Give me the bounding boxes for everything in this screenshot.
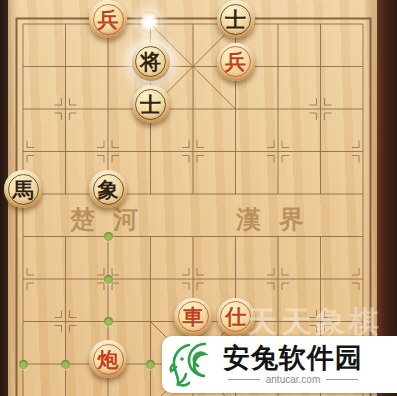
last-move-origin-glow — [138, 11, 160, 33]
board-point-0-4: 馬 — [2, 173, 45, 216]
xiangqi-app-screen: 楚河 漢界 兵士将兵士馬象車仕炮 天天象棋 安兔软件园 antucar.com — [0, 0, 397, 396]
watermark-bar: 安兔软件园 antucar.com — [162, 336, 397, 393]
piece-red-chariot[interactable]: 車 — [174, 298, 212, 336]
board-point-2-7 — [87, 300, 130, 343]
piece-black-advisor[interactable]: 士 — [217, 0, 255, 38]
board-point-2-4: 象 — [87, 173, 130, 216]
watermark-title: 安兔软件园 — [223, 344, 363, 374]
move-hint-dot[interactable] — [104, 317, 113, 326]
board-point-1-8 — [44, 343, 87, 386]
piece-character: 兵 — [225, 51, 246, 72]
piece-black-elephant[interactable]: 象 — [89, 170, 127, 208]
board-point-3-1: 将 — [129, 45, 172, 88]
board-point-3-2: 士 — [129, 88, 172, 131]
board-point-2-8: 炮 — [87, 343, 130, 386]
piece-character: 炮 — [98, 349, 119, 370]
board-point-3-0 — [129, 3, 172, 46]
piece-red-cannon[interactable]: 炮 — [89, 340, 127, 378]
piece-black-advisor[interactable]: 士 — [132, 85, 170, 123]
board-point-0-8 — [2, 343, 45, 386]
piece-character: 馬 — [13, 179, 34, 200]
move-hint-dot[interactable] — [61, 360, 70, 369]
piece-character: 兵 — [98, 9, 119, 30]
watermark-site-url: antucar.com — [228, 374, 358, 385]
move-hint-dot[interactable] — [146, 360, 155, 369]
board-point-2-0: 兵 — [87, 3, 130, 46]
piece-character: 仕 — [225, 306, 246, 327]
piece-character: 車 — [183, 306, 204, 327]
move-hint-dot[interactable] — [19, 360, 28, 369]
board-point-5-0: 士 — [214, 3, 257, 46]
watermark-text-block: 安兔软件园 antucar.com — [223, 344, 363, 386]
piece-character: 士 — [225, 9, 246, 30]
piece-character: 将 — [140, 51, 161, 72]
ram-logo-icon — [165, 337, 221, 393]
piece-character: 象 — [98, 179, 119, 200]
board-point-2-5 — [87, 215, 130, 258]
piece-red-soldier[interactable]: 兵 — [217, 43, 255, 81]
piece-black-horse[interactable]: 馬 — [4, 170, 42, 208]
piece-character: 士 — [140, 94, 161, 115]
move-hint-dot[interactable] — [104, 275, 113, 284]
piece-red-soldier[interactable]: 兵 — [89, 0, 127, 38]
board-point-5-1: 兵 — [214, 45, 257, 88]
move-hint-dot[interactable] — [104, 232, 113, 241]
board-point-2-6 — [87, 258, 130, 301]
piece-black-general[interactable]: 将 — [132, 43, 170, 81]
